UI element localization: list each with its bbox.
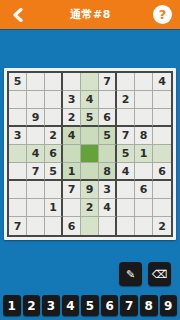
- cell-r5c1[interactable]: [9, 145, 27, 163]
- cell-r6c7[interactable]: 4: [117, 163, 135, 181]
- cell-r3c5[interactable]: 5: [81, 109, 99, 127]
- cell-r4c5[interactable]: [81, 127, 99, 145]
- cell-r1c9[interactable]: 4: [153, 73, 171, 91]
- cell-r6c4[interactable]: 1: [63, 163, 81, 181]
- cell-r2c9[interactable]: [153, 91, 171, 109]
- cell-r8c5[interactable]: 2: [81, 199, 99, 217]
- sudoku-board: 574342925632457846517518467936124762: [4, 68, 176, 240]
- question-mark-icon: ?: [159, 7, 167, 22]
- cell-r3c7[interactable]: [117, 109, 135, 127]
- pencil-button[interactable]: ✎: [119, 262, 142, 286]
- cell-r7c8[interactable]: 6: [135, 181, 153, 199]
- erase-button[interactable]: ⌫: [148, 262, 171, 286]
- cell-r7c3[interactable]: [45, 181, 63, 199]
- cell-r8c4[interactable]: [63, 199, 81, 217]
- cell-r6c6[interactable]: 8: [99, 163, 117, 181]
- cell-r5c4[interactable]: [63, 145, 81, 163]
- numpad-8[interactable]: 8: [140, 295, 158, 316]
- number-pad: 123456789: [3, 295, 177, 316]
- cell-r1c5[interactable]: [81, 73, 99, 91]
- cell-r3c9[interactable]: [153, 109, 171, 127]
- cell-r4c1[interactable]: 3: [9, 127, 27, 145]
- cell-r1c1[interactable]: 5: [9, 73, 27, 91]
- cell-r7c1[interactable]: [9, 181, 27, 199]
- cell-r3c4[interactable]: 2: [63, 109, 81, 127]
- cell-r2c4[interactable]: 3: [63, 91, 81, 109]
- numpad-7[interactable]: 7: [120, 295, 138, 316]
- cell-r8c1[interactable]: [9, 199, 27, 217]
- cell-r8c8[interactable]: [135, 199, 153, 217]
- cell-r6c1[interactable]: [9, 163, 27, 181]
- cell-r2c6[interactable]: [99, 91, 117, 109]
- cell-r9c4[interactable]: 6: [63, 217, 81, 235]
- cell-r8c3[interactable]: 1: [45, 199, 63, 217]
- cell-r2c7[interactable]: 2: [117, 91, 135, 109]
- cell-r3c1[interactable]: [9, 109, 27, 127]
- cell-r6c5[interactable]: [81, 163, 99, 181]
- app-header: 通常#8 ?: [0, 0, 180, 29]
- cell-r5c2[interactable]: 4: [27, 145, 45, 163]
- backspace-erase-icon: ⌫: [152, 268, 168, 281]
- numpad-6[interactable]: 6: [101, 295, 119, 316]
- cell-r4c3[interactable]: 2: [45, 127, 63, 145]
- numpad-3[interactable]: 3: [42, 295, 60, 316]
- cell-r4c9[interactable]: [153, 127, 171, 145]
- cell-r3c8[interactable]: [135, 109, 153, 127]
- cell-r8c7[interactable]: [117, 199, 135, 217]
- cell-r1c2[interactable]: [27, 73, 45, 91]
- back-button[interactable]: [8, 5, 28, 25]
- cell-r7c7[interactable]: [117, 181, 135, 199]
- cell-r7c4[interactable]: 7: [63, 181, 81, 199]
- help-button[interactable]: ?: [153, 5, 172, 24]
- cell-r2c8[interactable]: [135, 91, 153, 109]
- cell-r9c9[interactable]: 2: [153, 217, 171, 235]
- cell-r3c6[interactable]: 6: [99, 109, 117, 127]
- sudoku-app-screen: 通常#8 ? 574342925632457846517518467936124…: [0, 0, 180, 320]
- cell-r6c2[interactable]: 7: [27, 163, 45, 181]
- cell-r9c7[interactable]: [117, 217, 135, 235]
- cell-r5c7[interactable]: 5: [117, 145, 135, 163]
- numpad-9[interactable]: 9: [160, 295, 178, 316]
- cell-r3c2[interactable]: 9: [27, 109, 45, 127]
- cell-r2c5[interactable]: 4: [81, 91, 99, 109]
- cell-r4c2[interactable]: [27, 127, 45, 145]
- cell-r1c3[interactable]: [45, 73, 63, 91]
- cell-r4c7[interactable]: 7: [117, 127, 135, 145]
- cell-r6c3[interactable]: 5: [45, 163, 63, 181]
- tool-buttons: ✎ ⌫: [119, 262, 171, 286]
- cell-r6c9[interactable]: 6: [153, 163, 171, 181]
- cell-r4c8[interactable]: 8: [135, 127, 153, 145]
- cell-r5c6[interactable]: [99, 145, 117, 163]
- cell-r1c4[interactable]: [63, 73, 81, 91]
- cell-r5c3[interactable]: 6: [45, 145, 63, 163]
- cell-r5c5[interactable]: [81, 145, 99, 163]
- sudoku-grid: 574342925632457846517518467936124762: [7, 71, 173, 237]
- cell-r9c6[interactable]: [99, 217, 117, 235]
- cell-r7c6[interactable]: 3: [99, 181, 117, 199]
- numpad-1[interactable]: 1: [3, 295, 21, 316]
- numpad-2[interactable]: 2: [23, 295, 41, 316]
- cell-r8c6[interactable]: 4: [99, 199, 117, 217]
- cell-r2c3[interactable]: [45, 91, 63, 109]
- cell-r7c9[interactable]: [153, 181, 171, 199]
- cell-r1c7[interactable]: [117, 73, 135, 91]
- cell-r5c8[interactable]: 1: [135, 145, 153, 163]
- pencil-icon: ✎: [126, 268, 135, 281]
- cell-r2c2[interactable]: [27, 91, 45, 109]
- cell-r4c6[interactable]: 5: [99, 127, 117, 145]
- cell-r1c8[interactable]: [135, 73, 153, 91]
- cell-r8c9[interactable]: [153, 199, 171, 217]
- cell-r3c3[interactable]: [45, 109, 63, 127]
- numpad-5[interactable]: 5: [81, 295, 99, 316]
- cell-r9c2[interactable]: [27, 217, 45, 235]
- cell-r4c4[interactable]: 4: [63, 127, 81, 145]
- page-title: 通常#8: [28, 7, 153, 22]
- numpad-4[interactable]: 4: [62, 295, 80, 316]
- cell-r9c3[interactable]: [45, 217, 63, 235]
- cell-r2c1[interactable]: [9, 91, 27, 109]
- cell-r6c8[interactable]: [135, 163, 153, 181]
- cell-r1c6[interactable]: 7: [99, 73, 117, 91]
- cell-r9c8[interactable]: [135, 217, 153, 235]
- back-chevron-icon: [12, 8, 24, 22]
- cell-r7c2[interactable]: [27, 181, 45, 199]
- cell-r7c5[interactable]: 9: [81, 181, 99, 199]
- cell-r9c5[interactable]: [81, 217, 99, 235]
- cell-r5c9[interactable]: [153, 145, 171, 163]
- cell-r9c1[interactable]: 7: [9, 217, 27, 235]
- cell-r8c2[interactable]: [27, 199, 45, 217]
